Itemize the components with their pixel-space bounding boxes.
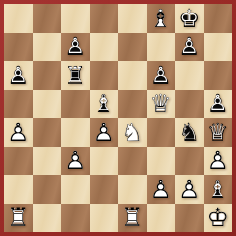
square-d8[interactable]	[90, 4, 119, 33]
square-a8[interactable]	[4, 4, 33, 33]
square-d1[interactable]	[90, 204, 119, 233]
black-pawn: ♟♙	[204, 90, 233, 119]
black-pawn: ♟♙	[147, 61, 176, 90]
square-d7[interactable]	[90, 33, 119, 62]
square-c5[interactable]	[61, 90, 90, 119]
square-f3[interactable]	[147, 147, 176, 176]
white-bishop: ♝♗	[147, 4, 176, 33]
square-c2[interactable]	[61, 175, 90, 204]
square-b5[interactable]	[33, 90, 62, 119]
square-g5[interactable]	[175, 90, 204, 119]
board-frame: ♝♗♚♔♟♙♟♙♟♙♜♖♟♙♝♗♛♕♟♙♟♙♟♙♞♘♞♘♛♕♟♙♟♙♟♙♟♙♝♗…	[0, 0, 236, 236]
black-pawn: ♟♙	[175, 33, 204, 62]
square-a7[interactable]	[4, 33, 33, 62]
white-queen: ♛♕	[147, 90, 176, 119]
white-king: ♚♔	[204, 204, 233, 233]
square-f4[interactable]	[147, 118, 176, 147]
square-f2[interactable]: ♟♙	[147, 175, 176, 204]
black-rook: ♜♖	[61, 61, 90, 90]
square-d5[interactable]: ♝♗	[90, 90, 119, 119]
square-e2[interactable]	[118, 175, 147, 204]
square-h2[interactable]: ♝♗	[204, 175, 233, 204]
square-h3[interactable]: ♟♙	[204, 147, 233, 176]
white-pawn: ♟♙	[204, 147, 233, 176]
square-g6[interactable]	[175, 61, 204, 90]
black-pawn: ♟♙	[61, 33, 90, 62]
square-h6[interactable]	[204, 61, 233, 90]
square-b8[interactable]	[33, 4, 62, 33]
square-h1[interactable]: ♚♔	[204, 204, 233, 233]
square-b4[interactable]	[33, 118, 62, 147]
square-d6[interactable]	[90, 61, 119, 90]
square-e7[interactable]	[118, 33, 147, 62]
square-b2[interactable]	[33, 175, 62, 204]
square-d4[interactable]: ♟♙	[90, 118, 119, 147]
square-b3[interactable]	[33, 147, 62, 176]
square-e3[interactable]	[118, 147, 147, 176]
square-a3[interactable]	[4, 147, 33, 176]
square-b6[interactable]	[33, 61, 62, 90]
square-a5[interactable]	[4, 90, 33, 119]
square-a2[interactable]	[4, 175, 33, 204]
white-pawn: ♟♙	[4, 118, 33, 147]
square-f6[interactable]: ♟♙	[147, 61, 176, 90]
square-b7[interactable]	[33, 33, 62, 62]
square-g7[interactable]: ♟♙	[175, 33, 204, 62]
white-rook: ♜♖	[118, 204, 147, 233]
black-pawn: ♟♙	[4, 61, 33, 90]
white-pawn: ♟♙	[90, 118, 119, 147]
black-bishop: ♝♗	[90, 90, 119, 119]
white-pawn: ♟♙	[147, 175, 176, 204]
square-c1[interactable]	[61, 204, 90, 233]
square-c4[interactable]	[61, 118, 90, 147]
square-e4[interactable]: ♞♘	[118, 118, 147, 147]
square-a1[interactable]: ♜♖	[4, 204, 33, 233]
square-g8[interactable]: ♚♔	[175, 4, 204, 33]
square-c7[interactable]: ♟♙	[61, 33, 90, 62]
square-g2[interactable]: ♟♙	[175, 175, 204, 204]
square-h8[interactable]	[204, 4, 233, 33]
chess-board: ♝♗♚♔♟♙♟♙♟♙♜♖♟♙♝♗♛♕♟♙♟♙♟♙♞♘♞♘♛♕♟♙♟♙♟♙♟♙♝♗…	[4, 4, 232, 232]
square-a4[interactable]: ♟♙	[4, 118, 33, 147]
square-b1[interactable]	[33, 204, 62, 233]
square-d3[interactable]	[90, 147, 119, 176]
white-rook: ♜♖	[4, 204, 33, 233]
white-pawn: ♟♙	[61, 147, 90, 176]
square-h4[interactable]: ♛♕	[204, 118, 233, 147]
square-d2[interactable]	[90, 175, 119, 204]
square-f8[interactable]: ♝♗	[147, 4, 176, 33]
square-h5[interactable]: ♟♙	[204, 90, 233, 119]
square-e8[interactable]	[118, 4, 147, 33]
black-king: ♚♔	[175, 4, 204, 33]
square-e5[interactable]	[118, 90, 147, 119]
square-e6[interactable]	[118, 61, 147, 90]
square-e1[interactable]: ♜♖	[118, 204, 147, 233]
square-f5[interactable]: ♛♕	[147, 90, 176, 119]
square-g4[interactable]: ♞♘	[175, 118, 204, 147]
white-knight: ♞♘	[118, 118, 147, 147]
white-pawn: ♟♙	[175, 175, 204, 204]
square-c3[interactable]: ♟♙	[61, 147, 90, 176]
black-bishop: ♝♗	[204, 175, 233, 204]
black-queen: ♛♕	[204, 118, 233, 147]
square-c6[interactable]: ♜♖	[61, 61, 90, 90]
square-g3[interactable]	[175, 147, 204, 176]
square-h7[interactable]	[204, 33, 233, 62]
square-f7[interactable]	[147, 33, 176, 62]
black-knight: ♞♘	[175, 118, 204, 147]
square-f1[interactable]	[147, 204, 176, 233]
square-a6[interactable]: ♟♙	[4, 61, 33, 90]
square-g1[interactable]	[175, 204, 204, 233]
square-c8[interactable]	[61, 4, 90, 33]
